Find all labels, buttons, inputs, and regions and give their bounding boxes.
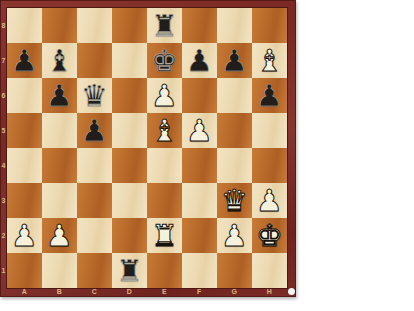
square-b1[interactable]	[42, 253, 77, 288]
square-c1[interactable]	[77, 253, 112, 288]
square-d8[interactable]	[112, 8, 147, 43]
square-d7[interactable]	[112, 43, 147, 78]
square-g8[interactable]	[217, 8, 252, 43]
square-f1[interactable]	[182, 253, 217, 288]
square-h6[interactable]: ♟	[252, 78, 287, 113]
square-b6[interactable]: ♟	[42, 78, 77, 113]
square-b7[interactable]: ♝	[42, 43, 77, 78]
square-b3[interactable]	[42, 183, 77, 218]
square-e3[interactable]	[147, 183, 182, 218]
white-pawn-f5[interactable]: ♟	[182, 113, 217, 148]
file-label-d: D	[112, 287, 147, 297]
square-a2[interactable]: ♟	[7, 218, 42, 253]
square-e8[interactable]: ♜	[147, 8, 182, 43]
black-king-e7[interactable]: ♚	[147, 43, 182, 78]
square-e6[interactable]: ♟	[147, 78, 182, 113]
square-b4[interactable]	[42, 148, 77, 183]
rank-label-8: 8	[0, 8, 7, 43]
square-a1[interactable]	[7, 253, 42, 288]
white-pawn-a2[interactable]: ♟	[7, 218, 42, 253]
square-b2[interactable]: ♟	[42, 218, 77, 253]
square-g2[interactable]: ♟	[217, 218, 252, 253]
rank-label-1: 1	[0, 253, 7, 288]
square-f6[interactable]	[182, 78, 217, 113]
square-e2[interactable]: ♜	[147, 218, 182, 253]
black-pawn-a7[interactable]: ♟	[7, 43, 42, 78]
rank-label-6: 6	[0, 78, 7, 113]
square-c6[interactable]: ♛	[77, 78, 112, 113]
white-rook-e2[interactable]: ♜	[147, 218, 182, 253]
black-pawn-f7[interactable]: ♟	[182, 43, 217, 78]
rank-label-3: 3	[0, 183, 7, 218]
square-d6[interactable]	[112, 78, 147, 113]
rank-label-2: 2	[0, 218, 7, 253]
rank-label-7: 7	[0, 43, 7, 78]
square-d2[interactable]	[112, 218, 147, 253]
file-label-b: B	[42, 287, 77, 297]
black-pawn-h6[interactable]: ♟	[252, 78, 287, 113]
square-g6[interactable]	[217, 78, 252, 113]
black-rook-e8[interactable]: ♜	[147, 8, 182, 43]
file-label-c: C	[77, 287, 112, 297]
rank-label-4: 4	[0, 148, 7, 183]
square-g5[interactable]	[217, 113, 252, 148]
square-d3[interactable]	[112, 183, 147, 218]
square-h3[interactable]: ♟	[252, 183, 287, 218]
square-f2[interactable]	[182, 218, 217, 253]
square-h1[interactable]	[252, 253, 287, 288]
square-d1[interactable]: ♜	[112, 253, 147, 288]
black-pawn-g7[interactable]: ♟	[217, 43, 252, 78]
square-d5[interactable]	[112, 113, 147, 148]
white-pawn-e6[interactable]: ♟	[147, 78, 182, 113]
white-pawn-h3[interactable]: ♟	[252, 183, 287, 218]
rank-labels: 87654321	[0, 8, 7, 288]
file-label-h: H	[252, 287, 287, 297]
square-f4[interactable]	[182, 148, 217, 183]
black-queen-c6[interactable]: ♛	[77, 78, 112, 113]
black-rook-d1[interactable]: ♜	[112, 253, 147, 288]
square-g4[interactable]	[217, 148, 252, 183]
chess-board-frame: 87654321 ♜♟♝♚♟♟♝♟♛♟♟♟♝♟♛♟♟♟♜♟♚♜ ABCDEFGH	[0, 0, 296, 297]
white-king-h2[interactable]: ♚	[252, 218, 287, 253]
square-g1[interactable]	[217, 253, 252, 288]
white-pawn-g2[interactable]: ♟	[217, 218, 252, 253]
file-label-f: F	[182, 287, 217, 297]
square-b8[interactable]	[42, 8, 77, 43]
square-b5[interactable]	[42, 113, 77, 148]
file-labels: ABCDEFGH	[7, 287, 287, 297]
square-g7[interactable]: ♟	[217, 43, 252, 78]
square-a7[interactable]: ♟	[7, 43, 42, 78]
square-d4[interactable]	[112, 148, 147, 183]
chess-board: ♜♟♝♚♟♟♝♟♛♟♟♟♝♟♛♟♟♟♜♟♚♜	[7, 8, 287, 288]
square-c7[interactable]	[77, 43, 112, 78]
square-f7[interactable]: ♟	[182, 43, 217, 78]
square-h8[interactable]	[252, 8, 287, 43]
white-to-move-indicator	[288, 288, 295, 295]
square-f3[interactable]	[182, 183, 217, 218]
square-a6[interactable]	[7, 78, 42, 113]
square-h7[interactable]: ♝	[252, 43, 287, 78]
square-e7[interactable]: ♚	[147, 43, 182, 78]
square-c5[interactable]: ♟	[77, 113, 112, 148]
square-f8[interactable]	[182, 8, 217, 43]
square-a3[interactable]	[7, 183, 42, 218]
white-queen-g3[interactable]: ♛	[217, 183, 252, 218]
square-h2[interactable]: ♚	[252, 218, 287, 253]
square-c8[interactable]	[77, 8, 112, 43]
square-c2[interactable]	[77, 218, 112, 253]
square-f5[interactable]: ♟	[182, 113, 217, 148]
square-h5[interactable]	[252, 113, 287, 148]
square-h4[interactable]	[252, 148, 287, 183]
white-bishop-h7[interactable]: ♝	[252, 43, 287, 78]
file-label-g: G	[217, 287, 252, 297]
square-a5[interactable]	[7, 113, 42, 148]
rank-label-5: 5	[0, 113, 7, 148]
square-e5[interactable]: ♝	[147, 113, 182, 148]
file-label-e: E	[147, 287, 182, 297]
square-g3[interactable]: ♛	[217, 183, 252, 218]
white-pawn-b2[interactable]: ♟	[42, 218, 77, 253]
black-pawn-c5[interactable]: ♟	[77, 113, 112, 148]
white-bishop-e5[interactable]: ♝	[147, 113, 182, 148]
black-pawn-b6[interactable]: ♟	[42, 78, 77, 113]
file-label-a: A	[7, 287, 42, 297]
square-a8[interactable]	[7, 8, 42, 43]
square-e1[interactable]	[147, 253, 182, 288]
square-c3[interactable]	[77, 183, 112, 218]
square-e4[interactable]	[147, 148, 182, 183]
square-a4[interactable]	[7, 148, 42, 183]
square-c4[interactable]	[77, 148, 112, 183]
black-bishop-b7[interactable]: ♝	[42, 43, 77, 78]
